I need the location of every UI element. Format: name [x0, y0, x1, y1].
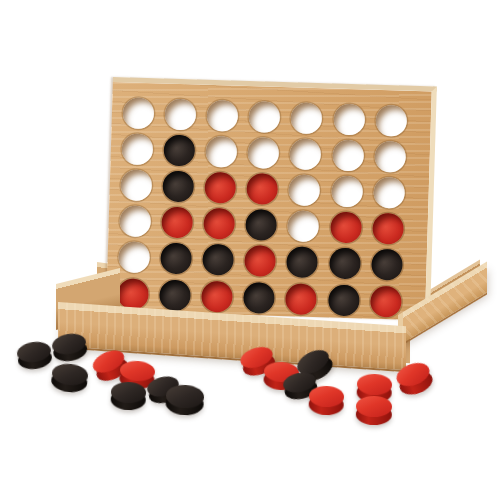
- slot-c5-r6-red-piece[interactable]: [285, 283, 317, 315]
- slot-c6-r6-black-piece[interactable]: [328, 284, 360, 316]
- slot-c7-r4-red-piece[interactable]: [372, 213, 404, 245]
- slot-c6-r1-empty[interactable]: [333, 103, 365, 135]
- loose-disc-black-1[interactable]: [16, 340, 52, 365]
- slot-c5-r1-empty[interactable]: [291, 102, 323, 134]
- loose-disc-red-16[interactable]: [356, 395, 392, 417]
- slot-c5-r4-empty[interactable]: [288, 210, 320, 242]
- slot-c7-r3-empty[interactable]: [373, 177, 405, 209]
- slot-c4-r4-black-piece[interactable]: [245, 209, 277, 241]
- loose-disc-black-3[interactable]: [51, 362, 89, 387]
- slot-c3-r4-red-piece[interactable]: [203, 208, 235, 240]
- disc-top-face: [110, 381, 146, 403]
- slot-c5-r2-empty[interactable]: [290, 138, 322, 170]
- slot-c5-r3-empty[interactable]: [289, 174, 321, 206]
- slot-c7-r6-red-piece[interactable]: [370, 285, 402, 317]
- slot-c7-r5-black-piece[interactable]: [371, 249, 403, 281]
- slot-c6-r2-empty[interactable]: [332, 139, 364, 171]
- slot-c6-r3-empty[interactable]: [331, 176, 363, 208]
- loose-disc-red-13[interactable]: [308, 385, 344, 407]
- slot-c7-r1-empty[interactable]: [375, 104, 407, 136]
- slot-c2-r5-black-piece[interactable]: [160, 243, 192, 275]
- slot-c3-r1-empty[interactable]: [206, 99, 238, 131]
- connect-four-scene: [0, 0, 500, 500]
- slot-c1-r1-empty[interactable]: [122, 97, 154, 129]
- slot-c4-r1-empty[interactable]: [249, 101, 281, 133]
- disc-top-face: [308, 385, 344, 407]
- slot-c3-r2-empty[interactable]: [205, 136, 237, 168]
- slot-c1-r5-empty[interactable]: [118, 242, 150, 274]
- disc-top-face: [356, 373, 392, 395]
- loose-disc-red-14[interactable]: [356, 373, 392, 395]
- slot-c1-r3-empty[interactable]: [120, 169, 152, 201]
- slot-c2-r6-black-piece[interactable]: [159, 279, 191, 311]
- slot-c3-r6-red-piece[interactable]: [201, 280, 233, 312]
- disc-top-face: [356, 395, 392, 417]
- slot-c4-r3-red-piece[interactable]: [246, 173, 278, 205]
- slot-c6-r4-red-piece[interactable]: [330, 212, 362, 244]
- slot-c3-r3-red-piece[interactable]: [204, 172, 236, 204]
- slot-c2-r1-empty[interactable]: [164, 98, 196, 130]
- slot-c6-r5-black-piece[interactable]: [329, 248, 361, 280]
- slot-c5-r5-black-piece[interactable]: [286, 247, 318, 279]
- slot-c3-r5-black-piece[interactable]: [202, 244, 234, 276]
- loose-disc-black-6[interactable]: [110, 381, 146, 403]
- slot-c1-r6-red-piece[interactable]: [117, 278, 149, 310]
- loose-disc-black-2[interactable]: [51, 331, 88, 357]
- slot-c2-r3-black-piece[interactable]: [162, 170, 194, 202]
- slot-c2-r2-black-piece[interactable]: [163, 134, 195, 166]
- slot-c7-r2-empty[interactable]: [374, 141, 406, 173]
- loose-disc-black-8[interactable]: [165, 384, 204, 409]
- slot-c2-r4-red-piece[interactable]: [161, 207, 193, 239]
- slot-c4-r5-red-piece[interactable]: [244, 245, 276, 277]
- slot-c1-r4-empty[interactable]: [119, 205, 151, 237]
- slot-c1-r2-empty[interactable]: [121, 133, 153, 165]
- slot-c4-r6-black-piece[interactable]: [243, 282, 275, 314]
- slot-c4-r2-empty[interactable]: [248, 137, 280, 169]
- connect-four-board: [106, 77, 437, 321]
